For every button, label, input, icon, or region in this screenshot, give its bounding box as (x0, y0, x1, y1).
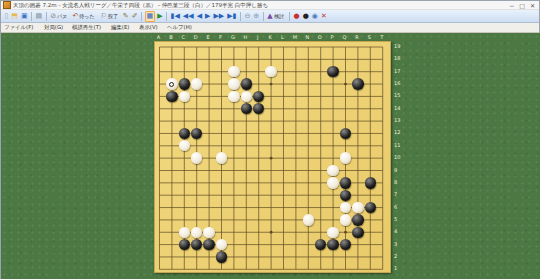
nav-back-button[interactable]: ◀ (196, 11, 203, 22)
white-stone-C4 (179, 227, 190, 238)
undo-button[interactable]: ↶待った (71, 11, 98, 22)
red-stone-icon[interactable]: ● (293, 11, 301, 22)
col-label-F: F (218, 34, 224, 40)
toolbar-separator (46, 12, 47, 21)
white-stone-G17 (228, 66, 239, 77)
analyze-button-label: 検討 (274, 12, 284, 20)
col-label-C: C (180, 34, 186, 40)
row-label-14: 14 (394, 105, 402, 111)
col-label-A: A (156, 34, 162, 40)
row-label-9: 9 (394, 167, 402, 173)
row-label-13: 13 (394, 117, 402, 123)
pass-button[interactable]: ⊘パス (49, 11, 70, 22)
open-file-button[interactable]: ⬒ (10, 11, 19, 22)
row-label-6: 6 (394, 204, 402, 210)
black-stone-Q7 (340, 190, 351, 201)
white-stone-E4 (203, 227, 214, 238)
nav-forward-glyph: ▶ (205, 11, 210, 22)
analyze-glyph: ▲ (267, 11, 272, 22)
red-stone-icon-glyph: ● (294, 11, 300, 22)
menu-view[interactable]: 表示(V) (139, 23, 158, 31)
black-stone-B15 (166, 91, 177, 102)
col-label-P: P (329, 34, 335, 40)
row-label-2: 2 (394, 253, 402, 259)
star-point (344, 231, 347, 234)
white-stone-Q10 (340, 152, 351, 163)
nav-back10-glyph: ◀◀ (183, 11, 194, 22)
black-stone-F2 (216, 251, 227, 262)
delete-glyph: ✕ (321, 11, 327, 22)
menu-bar: ファイル(F)対局(G)棋譜再生(T)編集(E)表示(V)ヘルプ(H) (1, 23, 539, 33)
black-stone-H16 (241, 78, 252, 89)
white-stone-K17 (265, 66, 276, 77)
toolbar-separator (240, 12, 241, 21)
pass-glyph: ⊘ (50, 11, 56, 22)
col-label-D: D (193, 34, 199, 40)
col-label-H: H (242, 34, 248, 40)
save-button[interactable]: ▣ (20, 11, 29, 22)
delete-button[interactable]: ✕ (320, 11, 328, 22)
menu-edit[interactable]: 編集(E) (111, 23, 129, 31)
resign-glyph: ⚐ (101, 11, 107, 22)
row-label-11: 11 (394, 142, 402, 148)
play-glyph: ▶ (157, 11, 162, 22)
col-label-Q: Q (342, 34, 348, 40)
menu-game[interactable]: 対局(G) (44, 23, 63, 31)
resign-button[interactable]: ⚐投了 (100, 11, 121, 22)
toolbar-separator (166, 12, 167, 21)
pass-button-label: パス (57, 12, 67, 20)
white-stone-H15 (241, 91, 252, 102)
white-stone-P8 (327, 177, 338, 188)
col-label-L: L (280, 34, 286, 40)
close-button[interactable]: ✕ (530, 2, 535, 9)
toolbar-separator (141, 12, 142, 21)
menu-replay[interactable]: 棋譜再生(T) (72, 23, 101, 31)
col-label-S: S (366, 34, 372, 40)
row-label-5: 5 (394, 216, 402, 222)
go-board[interactable] (154, 41, 391, 273)
magnifier-icon[interactable]: ◉ (311, 11, 319, 22)
row-label-3: 3 (394, 241, 402, 247)
row-label-10: 10 (394, 154, 402, 160)
row-label-18: 18 (394, 55, 402, 61)
print-glyph: ▤ (36, 11, 43, 22)
row-label-8: 8 (394, 179, 402, 185)
window-controls: −□✕ (509, 2, 535, 9)
black-stone-C16 (179, 78, 190, 89)
toolbar-separator (263, 12, 264, 21)
analyze-button[interactable]: ▲検討 (266, 11, 286, 22)
zoom-out-icon[interactable]: ⊖ (243, 11, 251, 22)
nav-back10-button[interactable]: ◀◀ (182, 11, 195, 22)
menu-file[interactable]: ファイル(F) (4, 23, 33, 31)
pen-icon[interactable]: ✎ (122, 11, 130, 22)
star-point (270, 157, 273, 160)
maximize-button[interactable]: □ (519, 2, 525, 9)
black-stone-C12 (179, 128, 190, 139)
black-stone-R4 (352, 227, 363, 238)
star-point (344, 83, 347, 86)
row-label-19: 19 (394, 43, 402, 49)
nav-back-glyph: ◀ (197, 11, 202, 22)
row-label-12: 12 (394, 129, 402, 135)
desktop-background: ABCDEFGHJKLMNOPQRST 19181716151413121110… (1, 33, 540, 279)
undo-button-label: 待った (79, 12, 95, 20)
zoom-out-icon-glyph: ⊖ (244, 11, 250, 22)
nav-last-button[interactable]: ▶▮ (226, 11, 237, 22)
toolbar: ▯⬒▣▤⊘パス↶待った⚐投了✎✐▦▶▮◀◀◀◀▶▶▶▶▮⊖⊕▲検討●●◉✕ (1, 10, 539, 23)
magnifier-icon-glyph: ◉ (312, 11, 318, 22)
white-stone-G15 (228, 91, 239, 102)
zoom-in-icon-glyph: ⊕ (253, 11, 259, 22)
nav-fwd10-glyph: ▶▶ (213, 11, 224, 22)
col-label-N: N (304, 34, 310, 40)
row-label-7: 7 (394, 191, 402, 197)
toolbar-separator (31, 12, 32, 21)
new-file-glyph: ▯ (5, 11, 9, 22)
undo-glyph: ↶ (72, 11, 78, 22)
black-stone-P3 (327, 239, 338, 250)
col-label-O: O (317, 34, 323, 40)
white-stone-Q5 (340, 214, 351, 225)
col-label-E: E (205, 34, 211, 40)
black-stone-icon[interactable]: ● (302, 11, 310, 22)
star-point (270, 83, 273, 86)
col-label-K: K (267, 34, 273, 40)
row-label-17: 17 (394, 68, 402, 74)
row-label-4: 4 (394, 228, 402, 234)
black-stone-Q8 (340, 177, 351, 188)
nav-last-glyph: ▶▮ (227, 11, 236, 22)
col-label-J: J (255, 34, 261, 40)
row-label-1: 1 (394, 265, 402, 271)
menu-help[interactable]: ヘルプ(H) (167, 23, 192, 31)
white-stone-F10 (216, 152, 227, 163)
star-point (270, 231, 273, 234)
row-label-16: 16 (394, 80, 402, 86)
black-stone-R16 (352, 78, 363, 89)
pen-icon-glyph: ✎ (123, 11, 129, 22)
open-file-glyph: ⬒ (11, 11, 18, 22)
black-stone-icon-glyph: ● (303, 11, 309, 22)
white-stone-P9 (327, 165, 338, 176)
black-stone-S8 (365, 177, 376, 188)
col-label-R: R (354, 34, 360, 40)
white-stone-C15 (179, 91, 190, 102)
resign-button-label: 投了 (108, 12, 118, 20)
white-stone-R6 (352, 202, 363, 213)
toolbar-separator (289, 12, 290, 21)
nav-forward-button[interactable]: ▶ (204, 11, 211, 22)
col-label-B: B (168, 34, 174, 40)
nav-first-glyph: ▮◀ (171, 11, 180, 22)
print-button[interactable]: ▤ (35, 11, 44, 22)
new-file-button[interactable]: ▯ (4, 11, 10, 22)
nav-first-button[interactable]: ▮◀ (170, 11, 181, 22)
white-stone-N5 (303, 214, 314, 225)
white-stone-G16 (228, 78, 239, 89)
zoom-in-icon[interactable]: ⊕ (252, 11, 260, 22)
app-window: 天頂の囲碁 7.2m - 女流名人戦リーグ／牛栄子四段（黒）－仲邑菫三段（白）／… (0, 0, 540, 279)
app-icon (3, 1, 11, 9)
white-stone-D16 (191, 78, 202, 89)
white-stone-P4 (327, 227, 338, 238)
black-stone-E3 (203, 239, 214, 250)
save-glyph: ▣ (21, 11, 28, 22)
row-label-15: 15 (394, 92, 402, 98)
black-stone-R5 (352, 214, 363, 225)
board-mode-glyph: ▦ (147, 11, 154, 22)
pen2-icon-glyph: ✐ (132, 11, 138, 22)
title-bar: 天頂の囲碁 7.2m - 女流名人戦リーグ／牛栄子四段（黒）－仲邑菫三段（白）／… (1, 1, 539, 10)
nav-fwd10-button[interactable]: ▶▶ (212, 11, 225, 22)
minimize-button[interactable]: − (509, 2, 514, 9)
col-label-T: T (379, 34, 385, 40)
window-title: 天頂の囲碁 7.2m - 女流名人戦リーグ／牛栄子四段（黒）－仲邑菫三段（白）／… (13, 1, 470, 9)
col-label-M: M (292, 34, 298, 40)
play-button[interactable]: ▶ (156, 11, 163, 22)
board-mode-button[interactable]: ▦ (145, 11, 156, 22)
black-stone-P17 (327, 66, 338, 77)
col-label-G: G (230, 34, 236, 40)
pen2-icon[interactable]: ✐ (131, 11, 139, 22)
